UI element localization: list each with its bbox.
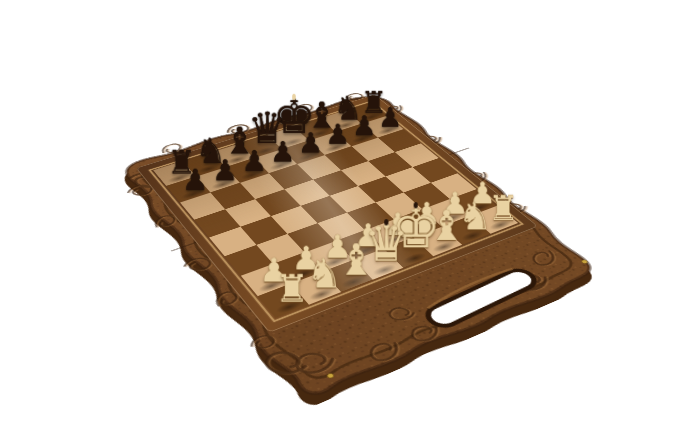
carved-wooden-case: ♜♞♝♛♚♝♞♜♟♟♟♟♟♟♟♟♟♟♟♟♟♟♟♟♜♞♝♛♚♝♞♜ xyxy=(101,79,629,415)
piece-black-pawn: ♟ xyxy=(212,156,238,185)
piece-black-pawn: ♟ xyxy=(298,129,323,157)
product-photo: ♜♞♝♛♚♝♞♜♟♟♟♟♟♟♟♟♟♟♟♟♟♟♟♟♜♞♝♛♚♝♞♜ xyxy=(0,0,680,425)
piece-white-rook: ♜ xyxy=(488,191,519,225)
piece-black-pawn: ♟ xyxy=(242,147,268,176)
piece-black-pawn: ♟ xyxy=(352,113,376,140)
piece-white-rook: ♜ xyxy=(275,269,309,307)
piece-black-pawn: ♟ xyxy=(378,104,402,131)
perspective-wrapper: ♜♞♝♛♚♝♞♜♟♟♟♟♟♟♟♟♟♟♟♟♟♟♟♟♜♞♝♛♚♝♞♜ xyxy=(0,0,680,425)
piece-white-knight: ♞ xyxy=(306,253,342,294)
piece-black-pawn: ♟ xyxy=(326,121,351,149)
piece-black-pawn: ♟ xyxy=(182,166,208,195)
piece-black-pawn: ♟ xyxy=(270,138,295,166)
